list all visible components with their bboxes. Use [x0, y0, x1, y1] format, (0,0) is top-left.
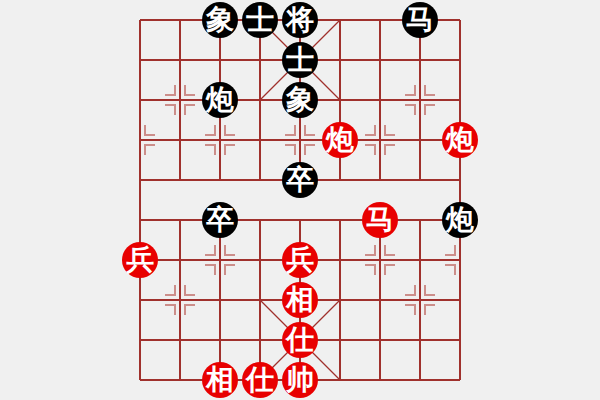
piece-black-soldier[interactable]: 卒 [202, 202, 238, 238]
piece-black-horse[interactable]: 马 [402, 2, 438, 38]
xiangqi-app: 象士将马士炮象炮炮卒卒马炮兵兵相仕相仕帅 [0, 0, 600, 400]
piece-red-soldier[interactable]: 兵 [122, 242, 158, 278]
piece-red-cannon[interactable]: 炮 [442, 122, 478, 158]
piece-black-general[interactable]: 将 [282, 2, 318, 38]
piece-red-elephant[interactable]: 相 [202, 362, 238, 398]
piece-red-cannon[interactable]: 炮 [322, 122, 358, 158]
piece-red-advisor[interactable]: 仕 [242, 362, 278, 398]
piece-red-advisor[interactable]: 仕 [282, 322, 318, 358]
piece-black-elephant[interactable]: 象 [282, 82, 318, 118]
pieces-layer: 象士将马士炮象炮炮卒卒马炮兵兵相仕相仕帅 [120, 0, 480, 400]
piece-black-soldier[interactable]: 卒 [282, 162, 318, 198]
piece-red-horse[interactable]: 马 [362, 202, 398, 238]
piece-red-general[interactable]: 帅 [282, 362, 318, 398]
piece-black-elephant[interactable]: 象 [202, 2, 238, 38]
piece-black-cannon[interactable]: 炮 [202, 82, 238, 118]
piece-red-soldier[interactable]: 兵 [282, 242, 318, 278]
piece-black-advisor[interactable]: 士 [282, 42, 318, 78]
piece-black-advisor[interactable]: 士 [242, 2, 278, 38]
piece-black-cannon[interactable]: 炮 [442, 202, 478, 238]
piece-red-elephant[interactable]: 相 [282, 282, 318, 318]
